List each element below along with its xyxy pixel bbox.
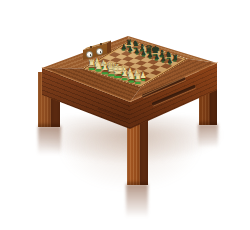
left-leg-reflection [38,126,61,160]
chess-table-photo: ♜♞♝♛♚♝♞♜♟♟♟♟♟♟♟♟♟♟♟♟♟♟♟♟♜♞♝♛♚♝♞♜ [0,0,250,230]
leg-face-dark [140,118,148,185]
chess-clock [79,37,113,61]
clock-dial-right [96,48,103,55]
right-leg-reflection [198,124,218,152]
front-leg-reflection [126,184,148,222]
clock-dial-left [86,51,93,58]
